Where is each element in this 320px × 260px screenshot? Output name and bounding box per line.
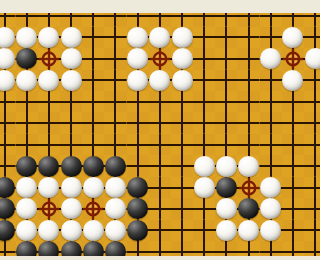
black-stone bbox=[83, 156, 104, 177]
board-cell[interactable] bbox=[16, 91, 38, 112]
black-stone bbox=[127, 198, 148, 219]
board-cell[interactable] bbox=[171, 70, 193, 91]
board-cell[interactable] bbox=[82, 220, 104, 241]
board-cell[interactable] bbox=[282, 27, 304, 48]
board-cell[interactable] bbox=[215, 177, 237, 198]
board-cell[interactable] bbox=[237, 155, 259, 176]
board-cell[interactable] bbox=[282, 91, 304, 112]
board-cell[interactable] bbox=[127, 70, 149, 91]
board-cell[interactable] bbox=[193, 91, 215, 112]
white-stone bbox=[61, 70, 82, 91]
board-cell[interactable] bbox=[171, 48, 193, 69]
board-cell[interactable] bbox=[237, 91, 259, 112]
board-cell[interactable] bbox=[193, 177, 215, 198]
board-cell[interactable] bbox=[0, 177, 16, 198]
board-cell[interactable] bbox=[215, 91, 237, 112]
board-cell[interactable] bbox=[104, 48, 126, 69]
board-cell[interactable] bbox=[149, 70, 171, 91]
board-cell[interactable] bbox=[16, 48, 38, 69]
board-cell[interactable] bbox=[282, 70, 304, 91]
board-cell[interactable] bbox=[38, 198, 60, 219]
black-stone bbox=[0, 198, 15, 219]
board-cell[interactable] bbox=[193, 220, 215, 241]
board-cell[interactable] bbox=[149, 48, 171, 69]
board-cell[interactable] bbox=[237, 134, 259, 155]
board-cell[interactable] bbox=[193, 155, 215, 176]
white-stone bbox=[260, 177, 281, 198]
board-cell[interactable] bbox=[104, 220, 126, 241]
white-stone bbox=[282, 27, 303, 48]
board-cell[interactable] bbox=[237, 220, 259, 241]
board-cell[interactable] bbox=[60, 70, 82, 91]
board-cell[interactable] bbox=[260, 48, 282, 69]
board-cell[interactable] bbox=[260, 220, 282, 241]
board-cell[interactable] bbox=[82, 70, 104, 91]
board-cell[interactable] bbox=[260, 134, 282, 155]
board-cell[interactable] bbox=[104, 198, 126, 219]
board-cell[interactable] bbox=[82, 177, 104, 198]
board-cell[interactable] bbox=[304, 220, 320, 241]
go-board bbox=[0, 5, 320, 260]
board-cell[interactable] bbox=[60, 27, 82, 48]
black-stone bbox=[127, 177, 148, 198]
white-stone bbox=[305, 48, 320, 69]
board-cell[interactable] bbox=[82, 48, 104, 69]
board-cell[interactable] bbox=[127, 134, 149, 155]
board-cell[interactable] bbox=[127, 48, 149, 69]
board-cell[interactable] bbox=[127, 27, 149, 48]
board-cell[interactable] bbox=[260, 198, 282, 219]
board-cell[interactable] bbox=[127, 220, 149, 241]
white-stone bbox=[172, 48, 193, 69]
board-cell[interactable] bbox=[282, 155, 304, 176]
board-cell[interactable] bbox=[127, 91, 149, 112]
board-cell[interactable] bbox=[237, 177, 259, 198]
eye-marker-icon bbox=[38, 198, 60, 220]
white-stone bbox=[83, 177, 104, 198]
board-cell[interactable] bbox=[104, 177, 126, 198]
board-cell[interactable] bbox=[127, 155, 149, 176]
board-cell[interactable] bbox=[60, 220, 82, 241]
board-cell[interactable] bbox=[149, 112, 171, 133]
board-cell[interactable] bbox=[104, 91, 126, 112]
board-cell[interactable] bbox=[0, 112, 16, 133]
eye-marker-icon bbox=[238, 177, 260, 199]
board-cell[interactable] bbox=[304, 155, 320, 176]
white-stone bbox=[61, 198, 82, 219]
eye-marker-icon bbox=[38, 48, 60, 70]
board-cell[interactable] bbox=[215, 27, 237, 48]
black-stone bbox=[38, 156, 59, 177]
board-cell[interactable] bbox=[38, 134, 60, 155]
board-cell[interactable] bbox=[127, 177, 149, 198]
board-cell[interactable] bbox=[104, 70, 126, 91]
eye-marker-icon bbox=[82, 198, 104, 220]
board-cell[interactable] bbox=[0, 220, 16, 241]
white-stone bbox=[216, 220, 237, 241]
black-stone bbox=[238, 198, 259, 219]
board-cell[interactable] bbox=[304, 70, 320, 91]
board-cell[interactable] bbox=[237, 48, 259, 69]
white-stone bbox=[16, 27, 37, 48]
board-cell[interactable] bbox=[0, 91, 16, 112]
board-cell[interactable] bbox=[82, 27, 104, 48]
white-stone bbox=[127, 70, 148, 91]
board-cell[interactable] bbox=[38, 220, 60, 241]
board-cell[interactable] bbox=[237, 70, 259, 91]
board-cell[interactable] bbox=[38, 91, 60, 112]
board-cell[interactable] bbox=[304, 91, 320, 112]
board-cell[interactable] bbox=[237, 112, 259, 133]
board-cell[interactable] bbox=[171, 155, 193, 176]
black-stone bbox=[61, 156, 82, 177]
board-cell[interactable] bbox=[193, 198, 215, 219]
white-stone bbox=[260, 198, 281, 219]
black-stone bbox=[105, 156, 126, 177]
white-stone bbox=[105, 198, 126, 219]
board-cell[interactable] bbox=[127, 198, 149, 219]
board-cell[interactable] bbox=[0, 70, 16, 91]
black-stone bbox=[127, 220, 148, 241]
board-cell[interactable] bbox=[282, 48, 304, 69]
board-cell[interactable] bbox=[193, 112, 215, 133]
board-cell[interactable] bbox=[149, 198, 171, 219]
black-stone bbox=[216, 177, 237, 198]
board-cell[interactable] bbox=[16, 27, 38, 48]
white-stone bbox=[16, 177, 37, 198]
board-cell[interactable] bbox=[304, 134, 320, 155]
white-stone bbox=[194, 177, 215, 198]
black-stone bbox=[16, 156, 37, 177]
white-stone bbox=[172, 27, 193, 48]
white-stone bbox=[127, 27, 148, 48]
board-cell[interactable] bbox=[260, 27, 282, 48]
board-cell[interactable] bbox=[193, 48, 215, 69]
black-stone bbox=[16, 48, 37, 69]
board-cell[interactable] bbox=[16, 220, 38, 241]
board-cell[interactable] bbox=[260, 91, 282, 112]
board-cell[interactable] bbox=[82, 112, 104, 133]
board-cell[interactable] bbox=[193, 70, 215, 91]
board-cell[interactable] bbox=[82, 155, 104, 176]
board-cell[interactable] bbox=[171, 91, 193, 112]
board-cell[interactable] bbox=[215, 48, 237, 69]
board-cell[interactable] bbox=[171, 198, 193, 219]
board-cell[interactable] bbox=[304, 198, 320, 219]
board-cell[interactable] bbox=[215, 155, 237, 176]
board-cell[interactable] bbox=[149, 177, 171, 198]
white-stone bbox=[83, 220, 104, 241]
board-cell[interactable] bbox=[149, 220, 171, 241]
white-stone bbox=[38, 70, 59, 91]
board-cell[interactable] bbox=[193, 134, 215, 155]
board-cell[interactable] bbox=[38, 112, 60, 133]
board-cell[interactable] bbox=[260, 177, 282, 198]
board-cell[interactable] bbox=[0, 27, 16, 48]
white-stone bbox=[172, 70, 193, 91]
board-cell[interactable] bbox=[215, 70, 237, 91]
white-stone bbox=[0, 70, 15, 91]
board-cell[interactable] bbox=[282, 112, 304, 133]
white-stone bbox=[149, 27, 170, 48]
board-cell[interactable] bbox=[104, 112, 126, 133]
board-cell[interactable] bbox=[149, 27, 171, 48]
board-cell[interactable] bbox=[104, 27, 126, 48]
white-stone bbox=[260, 220, 281, 241]
white-stone bbox=[216, 198, 237, 219]
board-cell[interactable] bbox=[282, 220, 304, 241]
white-stone bbox=[238, 156, 259, 177]
board-cell[interactable] bbox=[171, 112, 193, 133]
white-stone bbox=[38, 220, 59, 241]
white-stone bbox=[61, 220, 82, 241]
white-stone bbox=[149, 70, 170, 91]
white-stone bbox=[127, 48, 148, 69]
board-cell[interactable] bbox=[60, 198, 82, 219]
white-stone bbox=[16, 70, 37, 91]
board-cell[interactable] bbox=[60, 177, 82, 198]
board-cell[interactable] bbox=[215, 112, 237, 133]
white-stone bbox=[194, 156, 215, 177]
board-cell[interactable] bbox=[237, 198, 259, 219]
board-cell[interactable] bbox=[16, 70, 38, 91]
board-cell[interactable] bbox=[104, 155, 126, 176]
board-cell[interactable] bbox=[82, 198, 104, 219]
white-stone bbox=[238, 220, 259, 241]
board-cell[interactable] bbox=[16, 112, 38, 133]
board-cell[interactable] bbox=[60, 91, 82, 112]
board-cell[interactable] bbox=[60, 155, 82, 176]
board-cell[interactable] bbox=[171, 220, 193, 241]
board-cell[interactable] bbox=[260, 112, 282, 133]
board-cell[interactable] bbox=[260, 155, 282, 176]
board-cell[interactable] bbox=[0, 155, 16, 176]
board-cell[interactable] bbox=[16, 198, 38, 219]
board-cell[interactable] bbox=[38, 155, 60, 176]
board-cell[interactable] bbox=[0, 198, 16, 219]
board-cell[interactable] bbox=[0, 48, 16, 69]
board-cell[interactable] bbox=[304, 112, 320, 133]
board-cell[interactable] bbox=[260, 70, 282, 91]
board-cell[interactable] bbox=[0, 134, 16, 155]
board-top-margin bbox=[0, 0, 320, 13]
white-stone bbox=[216, 156, 237, 177]
white-stone bbox=[282, 70, 303, 91]
board-cell[interactable] bbox=[282, 198, 304, 219]
board-cell[interactable] bbox=[16, 177, 38, 198]
board-cell[interactable] bbox=[38, 70, 60, 91]
board-cell[interactable] bbox=[38, 177, 60, 198]
board-cell[interactable] bbox=[82, 134, 104, 155]
board-cell[interactable] bbox=[127, 112, 149, 133]
white-stone bbox=[16, 220, 37, 241]
board-cell[interactable] bbox=[60, 48, 82, 69]
board-cell[interactable] bbox=[82, 91, 104, 112]
white-stone bbox=[105, 177, 126, 198]
white-stone bbox=[0, 27, 15, 48]
board-cell[interactable] bbox=[38, 27, 60, 48]
board-cell[interactable] bbox=[149, 155, 171, 176]
white-stone bbox=[61, 177, 82, 198]
board-cell[interactable] bbox=[193, 27, 215, 48]
board-cell[interactable] bbox=[215, 220, 237, 241]
board-bottom-margin bbox=[0, 256, 320, 260]
white-stone bbox=[105, 220, 126, 241]
board-cell[interactable] bbox=[304, 27, 320, 48]
white-stone bbox=[38, 27, 59, 48]
board-cell[interactable] bbox=[60, 134, 82, 155]
white-stone bbox=[61, 48, 82, 69]
white-stone bbox=[16, 198, 37, 219]
white-stone bbox=[0, 48, 15, 69]
board-cell[interactable] bbox=[38, 48, 60, 69]
board-cell[interactable] bbox=[60, 112, 82, 133]
board-cell[interactable] bbox=[171, 27, 193, 48]
board-cell[interactable] bbox=[149, 134, 171, 155]
board-cell[interactable] bbox=[171, 177, 193, 198]
white-stone bbox=[260, 48, 281, 69]
board-cell[interactable] bbox=[215, 134, 237, 155]
board-cell[interactable] bbox=[104, 134, 126, 155]
board-cell[interactable] bbox=[237, 27, 259, 48]
board-cell[interactable] bbox=[282, 177, 304, 198]
board-cell[interactable] bbox=[149, 91, 171, 112]
board-cell[interactable] bbox=[304, 48, 320, 69]
board-cell[interactable] bbox=[282, 134, 304, 155]
white-stone bbox=[38, 177, 59, 198]
board-cell[interactable] bbox=[16, 155, 38, 176]
board-cell[interactable] bbox=[215, 198, 237, 219]
board-cell[interactable] bbox=[16, 134, 38, 155]
eye-marker-icon bbox=[149, 48, 171, 70]
black-stone bbox=[0, 177, 15, 198]
black-stone bbox=[0, 220, 15, 241]
go-board-screenshot bbox=[0, 0, 320, 260]
board-cell[interactable] bbox=[171, 134, 193, 155]
eye-marker-icon bbox=[282, 48, 304, 70]
white-stone bbox=[61, 27, 82, 48]
board-cell[interactable] bbox=[304, 177, 320, 198]
